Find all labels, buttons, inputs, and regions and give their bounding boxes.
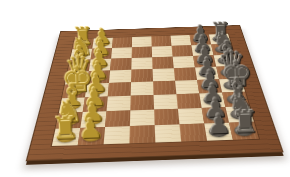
board-square-h4[interactable] xyxy=(129,125,155,143)
board-square-h7[interactable]: ♟ xyxy=(204,122,233,140)
board-square-e5[interactable] xyxy=(153,80,176,94)
board-square-d4[interactable] xyxy=(131,69,153,82)
black-rook[interactable]: ♜ xyxy=(231,107,258,137)
chess-photo-scene: ♜♟♟♜♞♟♟♞♝♟♟♝♛♟♟♛♚♟♟♚♝♟♟♝♞♟♟♞♜♟♟♜ xyxy=(0,0,290,177)
board-square-a6[interactable] xyxy=(170,35,191,46)
board-square-h5[interactable] xyxy=(155,124,182,142)
board-square-g5[interactable] xyxy=(154,108,179,125)
board-square-f3[interactable] xyxy=(106,95,130,110)
board-square-e4[interactable] xyxy=(131,81,154,95)
board-square-b5[interactable] xyxy=(152,45,173,57)
board-square-h8[interactable]: ♜ xyxy=(229,121,259,139)
board-square-a5[interactable] xyxy=(151,35,171,46)
board-square-f6[interactable] xyxy=(176,93,201,108)
board-square-b6[interactable] xyxy=(172,45,194,57)
board-square-c4[interactable] xyxy=(131,57,152,69)
board-square-g4[interactable] xyxy=(130,109,155,126)
board-square-e6[interactable] xyxy=(175,80,199,94)
white-pawn[interactable]: ♟ xyxy=(77,116,104,142)
board-square-d6[interactable] xyxy=(174,67,197,80)
board-square-g3[interactable] xyxy=(105,110,130,127)
board-square-h3[interactable] xyxy=(104,126,130,144)
board-square-c5[interactable] xyxy=(152,56,174,68)
board-square-h6[interactable] xyxy=(179,123,207,141)
board-square-b4[interactable] xyxy=(132,46,153,58)
board-square-e3[interactable] xyxy=(108,82,131,96)
white-rook[interactable]: ♜ xyxy=(51,113,78,143)
board-square-d3[interactable] xyxy=(109,69,131,82)
board-square-d5[interactable] xyxy=(153,68,175,81)
board-square-b3[interactable] xyxy=(111,47,132,59)
board-square-a4[interactable] xyxy=(132,36,152,47)
board-square-f4[interactable] xyxy=(130,95,154,110)
board-square-a3[interactable] xyxy=(112,37,132,48)
chess-board-grid: ♜♟♟♜♞♟♟♞♝♟♟♝♛♟♟♛♚♟♟♚♝♟♟♝♞♟♟♞♜♟♟♜ xyxy=(52,33,259,145)
board-square-c6[interactable] xyxy=(173,55,195,67)
board-square-c3[interactable] xyxy=(110,58,132,70)
board-square-h1[interactable]: ♜ xyxy=(52,127,80,145)
board-square-h2[interactable]: ♟ xyxy=(78,127,105,145)
chess-board: ♜♟♟♜♞♟♟♞♝♟♟♝♛♟♟♛♚♟♟♚♝♟♟♝♞♟♟♞♜♟♟♜ xyxy=(26,25,284,161)
black-pawn[interactable]: ♟ xyxy=(206,111,233,137)
board-square-g6[interactable] xyxy=(178,107,204,124)
board-square-f5[interactable] xyxy=(154,94,178,109)
